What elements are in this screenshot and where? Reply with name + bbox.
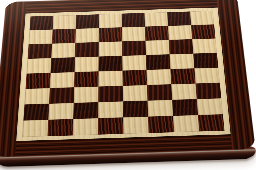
- board-square[interactable]: [48, 103, 73, 120]
- board-square[interactable]: [23, 104, 49, 121]
- board-square[interactable]: [190, 11, 214, 25]
- board-square[interactable]: [170, 68, 195, 84]
- board-square[interactable]: [145, 40, 169, 55]
- board-square[interactable]: [169, 39, 193, 54]
- board-square[interactable]: [75, 42, 99, 57]
- board-square[interactable]: [191, 24, 215, 39]
- board-square[interactable]: [27, 58, 52, 74]
- board-square[interactable]: [98, 117, 123, 134]
- board-square[interactable]: [148, 100, 174, 117]
- board-square[interactable]: [74, 87, 99, 103]
- board-square[interactable]: [49, 87, 74, 103]
- board-square[interactable]: [122, 27, 146, 42]
- board-square[interactable]: [146, 69, 171, 85]
- board-square[interactable]: [24, 88, 49, 104]
- board-square[interactable]: [48, 119, 74, 136]
- board-square[interactable]: [122, 55, 146, 71]
- board-square[interactable]: [98, 86, 123, 102]
- board-square[interactable]: [148, 116, 174, 133]
- board-square[interactable]: [52, 29, 76, 44]
- board-square[interactable]: [51, 57, 75, 73]
- board-square[interactable]: [144, 12, 168, 26]
- board-square[interactable]: [193, 53, 218, 69]
- board-square[interactable]: [53, 15, 76, 29]
- board-square[interactable]: [168, 25, 192, 40]
- board-square[interactable]: [147, 84, 172, 100]
- board-square[interactable]: [197, 98, 223, 115]
- board-square[interactable]: [194, 68, 219, 84]
- board-square[interactable]: [73, 118, 98, 135]
- board-square[interactable]: [73, 102, 98, 119]
- board-square[interactable]: [196, 83, 222, 99]
- board-square[interactable]: [98, 101, 123, 118]
- chess-board: [0, 0, 256, 157]
- board-square[interactable]: [50, 72, 75, 88]
- board-square[interactable]: [28, 44, 52, 59]
- board-square[interactable]: [173, 115, 199, 132]
- board-square[interactable]: [167, 11, 191, 25]
- board-border: [16, 8, 230, 142]
- board-square[interactable]: [99, 27, 122, 42]
- board-square[interactable]: [170, 54, 195, 70]
- board-square[interactable]: [123, 101, 148, 118]
- board-square[interactable]: [22, 120, 48, 137]
- board-grid: [22, 11, 224, 137]
- board-square[interactable]: [75, 28, 98, 43]
- board-square[interactable]: [99, 41, 123, 56]
- board-square[interactable]: [122, 70, 147, 86]
- board-square[interactable]: [98, 71, 122, 87]
- board-square[interactable]: [30, 16, 54, 30]
- board-square[interactable]: [146, 54, 170, 70]
- board-square[interactable]: [123, 85, 148, 101]
- board-square[interactable]: [74, 71, 98, 87]
- board-square[interactable]: [145, 26, 169, 41]
- board-square[interactable]: [75, 57, 99, 73]
- board-square[interactable]: [99, 14, 122, 28]
- board-square[interactable]: [122, 13, 145, 27]
- board-square[interactable]: [198, 114, 225, 131]
- board-square[interactable]: [76, 14, 99, 28]
- board-square[interactable]: [171, 84, 196, 100]
- board-square[interactable]: [192, 38, 217, 53]
- board-square[interactable]: [123, 117, 149, 134]
- board-square[interactable]: [51, 43, 75, 58]
- board-square[interactable]: [26, 73, 51, 89]
- board-square[interactable]: [172, 99, 198, 116]
- board-square[interactable]: [29, 30, 53, 45]
- board-square[interactable]: [122, 41, 146, 56]
- board-square[interactable]: [98, 56, 122, 72]
- board-photo-scene: [0, 0, 256, 170]
